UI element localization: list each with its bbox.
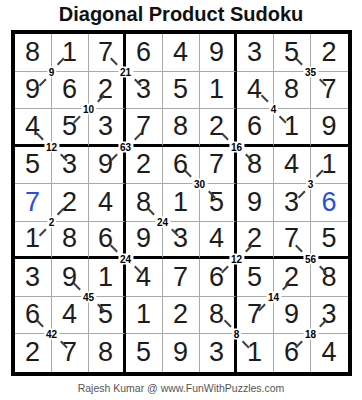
- sudoku-cell-r2c6[interactable]: 1: [200, 72, 237, 110]
- sudoku-cell-r9c3[interactable]: 8: [89, 334, 126, 372]
- sudoku-cell-r5c1[interactable]: 7: [15, 184, 52, 222]
- sudoku-cell-r6c9[interactable]: 5: [311, 222, 348, 260]
- sudoku-cell-r1c6[interactable]: 9: [200, 34, 237, 72]
- sudoku-cell-r7c1[interactable]: 3: [15, 259, 52, 297]
- sudoku-cell-r8c3[interactable]: 5: [89, 297, 126, 335]
- sudoku-cell-r8c2[interactable]: 4: [52, 297, 89, 335]
- sudoku-cell-r9c8[interactable]: 6: [274, 334, 311, 372]
- sudoku-cell-r8c7[interactable]: 7: [237, 297, 274, 335]
- sudoku-board: 8176493529623514874537826195392678417248…: [11, 30, 352, 376]
- sudoku-cell-r3c7[interactable]: 6: [237, 109, 274, 147]
- sudoku-cell-r7c7[interactable]: 5: [237, 259, 274, 297]
- sudoku-cell-r7c4[interactable]: 4: [126, 259, 163, 297]
- sudoku-cell-r9c2[interactable]: 7: [52, 334, 89, 372]
- sudoku-cell-r6c6[interactable]: 4: [200, 222, 237, 260]
- sudoku-cell-r2c8[interactable]: 8: [274, 72, 311, 110]
- sudoku-cell-r3c3[interactable]: 3: [89, 109, 126, 147]
- sudoku-grid: 8176493529623514874537826195392678417248…: [15, 34, 348, 372]
- sudoku-cell-r9c5[interactable]: 9: [163, 334, 200, 372]
- sudoku-cell-r9c4[interactable]: 5: [126, 334, 163, 372]
- sudoku-cell-r3c9[interactable]: 9: [311, 109, 348, 147]
- sudoku-cell-r5c2[interactable]: 2: [52, 184, 89, 222]
- sudoku-cell-r4c7[interactable]: 8: [237, 147, 274, 185]
- sudoku-cell-r2c1[interactable]: 9: [15, 72, 52, 110]
- sudoku-cell-r3c4[interactable]: 7: [126, 109, 163, 147]
- sudoku-cell-r2c9[interactable]: 7: [311, 72, 348, 110]
- sudoku-cell-r5c6[interactable]: 5: [200, 184, 237, 222]
- sudoku-cell-r3c5[interactable]: 8: [163, 109, 200, 147]
- sudoku-cell-r2c4[interactable]: 3: [126, 72, 163, 110]
- sudoku-cell-r8c6[interactable]: 8: [200, 297, 237, 335]
- sudoku-cell-r9c9[interactable]: 4: [311, 334, 348, 372]
- sudoku-cell-r6c7[interactable]: 2: [237, 222, 274, 260]
- sudoku-cell-r6c4[interactable]: 9: [126, 222, 163, 260]
- sudoku-cell-r7c9[interactable]: 8: [311, 259, 348, 297]
- sudoku-cell-r5c3[interactable]: 4: [89, 184, 126, 222]
- sudoku-cell-r8c1[interactable]: 6: [15, 297, 52, 335]
- sudoku-cell-r8c5[interactable]: 2: [163, 297, 200, 335]
- sudoku-cell-r9c7[interactable]: 1: [237, 334, 274, 372]
- sudoku-cell-r5c4[interactable]: 8: [126, 184, 163, 222]
- sudoku-cell-r7c3[interactable]: 1: [89, 259, 126, 297]
- sudoku-cell-r1c8[interactable]: 5: [274, 34, 311, 72]
- sudoku-cell-r5c5[interactable]: 1: [163, 184, 200, 222]
- puzzle-title: Diagonal Product Sudoku: [0, 0, 362, 26]
- sudoku-cell-r7c6[interactable]: 6: [200, 259, 237, 297]
- sudoku-cell-r4c5[interactable]: 6: [163, 147, 200, 185]
- sudoku-cell-r8c9[interactable]: 3: [311, 297, 348, 335]
- sudoku-cell-r7c5[interactable]: 7: [163, 259, 200, 297]
- sudoku-cell-r2c3[interactable]: 2: [89, 72, 126, 110]
- sudoku-cell-r2c5[interactable]: 5: [163, 72, 200, 110]
- sudoku-cell-r9c1[interactable]: 2: [15, 334, 52, 372]
- sudoku-cell-r4c9[interactable]: 1: [311, 147, 348, 185]
- sudoku-cell-r1c9[interactable]: 2: [311, 34, 348, 72]
- sudoku-cell-r8c4[interactable]: 1: [126, 297, 163, 335]
- sudoku-cell-r4c4[interactable]: 2: [126, 147, 163, 185]
- sudoku-cell-r3c6[interactable]: 2: [200, 109, 237, 147]
- sudoku-cell-r9c6[interactable]: 3: [200, 334, 237, 372]
- credit-text: Rajesh Kumar @ www.FunWithPuzzles.com: [0, 382, 362, 394]
- sudoku-cell-r5c9[interactable]: 6: [311, 184, 348, 222]
- sudoku-cell-r4c1[interactable]: 5: [15, 147, 52, 185]
- sudoku-cell-r6c8[interactable]: 7: [274, 222, 311, 260]
- sudoku-cell-r2c7[interactable]: 4: [237, 72, 274, 110]
- sudoku-cell-r1c4[interactable]: 6: [126, 34, 163, 72]
- sudoku-cell-r3c8[interactable]: 1: [274, 109, 311, 147]
- sudoku-cell-r3c2[interactable]: 5: [52, 109, 89, 147]
- sudoku-cell-r6c5[interactable]: 3: [163, 222, 200, 260]
- sudoku-cell-r8c8[interactable]: 9: [274, 297, 311, 335]
- sudoku-cell-r4c8[interactable]: 4: [274, 147, 311, 185]
- sudoku-cell-r6c3[interactable]: 6: [89, 222, 126, 260]
- sudoku-cell-r7c2[interactable]: 9: [52, 259, 89, 297]
- sudoku-cell-r2c2[interactable]: 6: [52, 72, 89, 110]
- sudoku-cell-r5c8[interactable]: 3: [274, 184, 311, 222]
- sudoku-cell-r6c2[interactable]: 8: [52, 222, 89, 260]
- sudoku-cell-r6c1[interactable]: 1: [15, 222, 52, 260]
- sudoku-cell-r5c7[interactable]: 9: [237, 184, 274, 222]
- puzzle-page: Diagonal Product Sudoku 8176493529623514…: [0, 0, 362, 400]
- sudoku-cell-r1c2[interactable]: 1: [52, 34, 89, 72]
- sudoku-cell-r4c3[interactable]: 9: [89, 147, 126, 185]
- sudoku-cell-r1c1[interactable]: 8: [15, 34, 52, 72]
- sudoku-cell-r1c5[interactable]: 4: [163, 34, 200, 72]
- sudoku-cell-r3c1[interactable]: 4: [15, 109, 52, 147]
- sudoku-cell-r7c8[interactable]: 2: [274, 259, 311, 297]
- sudoku-cell-r4c2[interactable]: 3: [52, 147, 89, 185]
- sudoku-cell-r1c3[interactable]: 7: [89, 34, 126, 72]
- sudoku-cell-r1c7[interactable]: 3: [237, 34, 274, 72]
- sudoku-cell-r4c6[interactable]: 7: [200, 147, 237, 185]
